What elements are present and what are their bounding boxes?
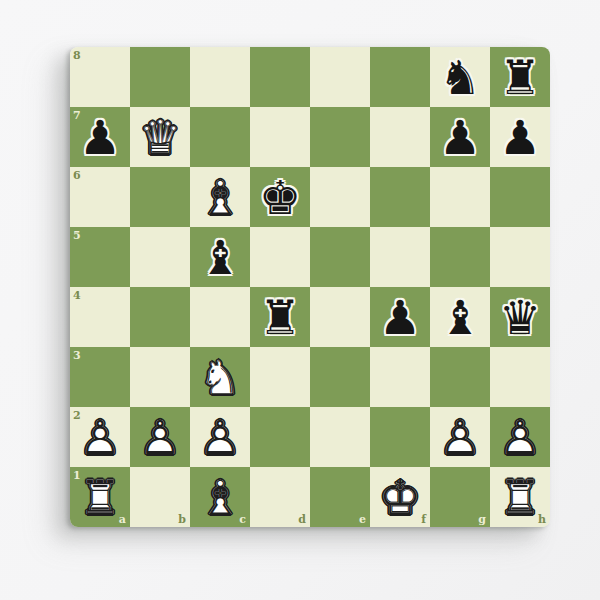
- white-queen-detail: ♕: [139, 114, 181, 161]
- square-d3: [250, 347, 310, 407]
- black-bishop: ♝: [190, 227, 250, 287]
- square-g2: ♟♙: [430, 407, 490, 467]
- black-queen: ♛: [490, 287, 550, 347]
- square-h8: ♜: [490, 47, 550, 107]
- chess-board: 8♞♜7♟♛♕♟♟6♝♗♚5♝4♜♟♝♛3♞♘2♟♙♟♙♟♙♟♙♟♙1a♜♖bc…: [70, 47, 550, 527]
- square-a6: 6: [70, 167, 130, 227]
- black-king: ♚: [250, 167, 310, 227]
- square-d7: [250, 107, 310, 167]
- file-label-b: b: [178, 514, 186, 525]
- white-pawn: ♟♙: [430, 407, 490, 467]
- white-pawn: ♟♙: [190, 407, 250, 467]
- square-f3: [370, 347, 430, 407]
- white-knight: ♞♘: [190, 347, 250, 407]
- square-f2: [370, 407, 430, 467]
- square-c1: c♝♗: [190, 467, 250, 527]
- square-b8: [130, 47, 190, 107]
- square-b4: [130, 287, 190, 347]
- square-c4: [190, 287, 250, 347]
- white-bishop-detail: ♗: [199, 174, 241, 221]
- white-king-detail: ♔: [379, 474, 421, 521]
- square-a4: 4: [70, 287, 130, 347]
- white-rook-detail: ♖: [79, 474, 121, 521]
- square-e2: [310, 407, 370, 467]
- square-c2: ♟♙: [190, 407, 250, 467]
- square-b6: [130, 167, 190, 227]
- white-queen: ♛♕: [130, 107, 190, 167]
- square-e5: [310, 227, 370, 287]
- square-f5: [370, 227, 430, 287]
- square-g5: [430, 227, 490, 287]
- square-d2: [250, 407, 310, 467]
- white-knight-detail: ♘: [199, 354, 241, 401]
- square-e8: [310, 47, 370, 107]
- square-b7: ♛♕: [130, 107, 190, 167]
- black-pawn: ♟: [490, 107, 550, 167]
- square-d1: d: [250, 467, 310, 527]
- square-f8: [370, 47, 430, 107]
- square-a3: 3: [70, 347, 130, 407]
- square-f1: f♚♔: [370, 467, 430, 527]
- white-pawn-detail: ♙: [139, 414, 181, 461]
- black-pawn: ♟: [430, 107, 490, 167]
- square-d4: ♜: [250, 287, 310, 347]
- white-rook: ♜♖: [490, 467, 550, 527]
- square-h7: ♟: [490, 107, 550, 167]
- rank-label-8: 8: [73, 50, 81, 61]
- rank-label-4: 4: [73, 290, 81, 301]
- square-b2: ♟♙: [130, 407, 190, 467]
- square-h2: ♟♙: [490, 407, 550, 467]
- square-a7: 7♟: [70, 107, 130, 167]
- white-king: ♚♔: [370, 467, 430, 527]
- black-rook: ♜: [490, 47, 550, 107]
- square-a2: 2♟♙: [70, 407, 130, 467]
- square-b5: [130, 227, 190, 287]
- white-pawn-detail: ♙: [199, 414, 241, 461]
- square-c3: ♞♘: [190, 347, 250, 407]
- square-d5: [250, 227, 310, 287]
- file-label-e: e: [359, 514, 366, 525]
- square-h3: [490, 347, 550, 407]
- rank-label-6: 6: [73, 170, 81, 181]
- square-g1: g: [430, 467, 490, 527]
- white-pawn: ♟♙: [130, 407, 190, 467]
- black-pawn: ♟: [70, 107, 130, 167]
- square-e3: [310, 347, 370, 407]
- canvas-print: 8♞♜7♟♛♕♟♟6♝♗♚5♝4♜♟♝♛3♞♘2♟♙♟♙♟♙♟♙♟♙1a♜♖bc…: [70, 47, 550, 527]
- file-label-d: d: [298, 514, 306, 525]
- file-label-g: g: [478, 514, 486, 525]
- square-f6: [370, 167, 430, 227]
- square-a1: 1a♜♖: [70, 467, 130, 527]
- square-a8: 8: [70, 47, 130, 107]
- square-d8: [250, 47, 310, 107]
- square-e4: [310, 287, 370, 347]
- square-c8: [190, 47, 250, 107]
- square-h1: h♜♖: [490, 467, 550, 527]
- white-pawn-detail: ♙: [79, 414, 121, 461]
- square-a5: 5: [70, 227, 130, 287]
- white-pawn: ♟♙: [70, 407, 130, 467]
- square-c7: [190, 107, 250, 167]
- square-g6: [430, 167, 490, 227]
- white-rook-detail: ♖: [499, 474, 541, 521]
- white-pawn-detail: ♙: [439, 414, 481, 461]
- black-pawn: ♟: [370, 287, 430, 347]
- white-bishop: ♝♗: [190, 467, 250, 527]
- white-pawn: ♟♙: [490, 407, 550, 467]
- rank-label-5: 5: [73, 230, 81, 241]
- square-f4: ♟: [370, 287, 430, 347]
- square-c5: ♝: [190, 227, 250, 287]
- square-e1: e: [310, 467, 370, 527]
- square-g3: [430, 347, 490, 407]
- square-g7: ♟: [430, 107, 490, 167]
- black-bishop: ♝: [430, 287, 490, 347]
- white-pawn-detail: ♙: [499, 414, 541, 461]
- square-b3: [130, 347, 190, 407]
- square-g4: ♝: [430, 287, 490, 347]
- square-e7: [310, 107, 370, 167]
- white-bishop-detail: ♗: [199, 474, 241, 521]
- square-h4: ♛: [490, 287, 550, 347]
- rank-label-3: 3: [73, 350, 81, 361]
- black-rook: ♜: [250, 287, 310, 347]
- square-b1: b: [130, 467, 190, 527]
- square-h6: [490, 167, 550, 227]
- square-f7: [370, 107, 430, 167]
- square-c6: ♝♗: [190, 167, 250, 227]
- square-e6: [310, 167, 370, 227]
- white-bishop: ♝♗: [190, 167, 250, 227]
- square-d6: ♚: [250, 167, 310, 227]
- white-rook: ♜♖: [70, 467, 130, 527]
- square-g8: ♞: [430, 47, 490, 107]
- black-knight: ♞: [430, 47, 490, 107]
- square-h5: [490, 227, 550, 287]
